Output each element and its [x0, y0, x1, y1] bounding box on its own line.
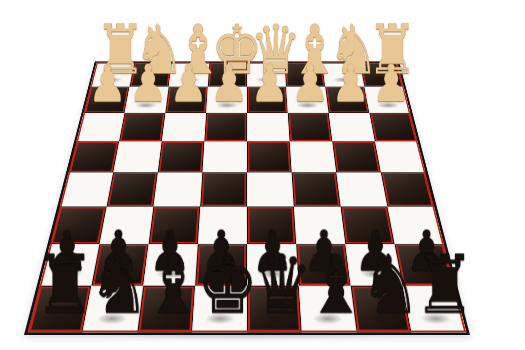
piece-black-rook[interactable]: ♜ — [34, 247, 80, 324]
square-c2[interactable]: ♟ — [286, 87, 328, 113]
piece-black-queen[interactable]: ♛ — [251, 247, 297, 324]
square-g3[interactable] — [119, 113, 165, 141]
square-g5[interactable] — [107, 172, 158, 206]
square-a4[interactable] — [375, 141, 426, 172]
piece-black-bishop[interactable]: ♝ — [305, 247, 351, 324]
square-d5[interactable] — [247, 172, 294, 206]
piece-black-bishop[interactable]: ♝ — [143, 247, 189, 324]
square-a3[interactable] — [369, 113, 417, 141]
square-g8[interactable]: ♞ — [83, 286, 144, 332]
piece-white-pawn[interactable]: ♟ — [169, 59, 203, 108]
square-c4[interactable] — [290, 141, 337, 172]
square-d8[interactable]: ♛ — [247, 286, 302, 332]
square-h5[interactable] — [60, 172, 113, 206]
square-d2[interactable]: ♟ — [247, 87, 288, 113]
square-e4[interactable] — [202, 141, 247, 172]
piece-black-king[interactable]: ♚ — [197, 247, 243, 324]
square-h4[interactable] — [69, 141, 120, 172]
chess-board: ♜♞♝♚♛♝♞♜♟♟♟♟♟♟♟♟♟♟♟♟♟♟♟♟♜♞♝♚♛♝♞♜ — [24, 61, 470, 335]
square-e2[interactable]: ♟ — [206, 87, 247, 113]
square-c3[interactable] — [288, 113, 332, 141]
piece-black-knight[interactable]: ♞ — [360, 247, 406, 324]
piece-white-pawn[interactable]: ♟ — [129, 59, 163, 108]
piece-white-pawn[interactable]: ♟ — [210, 59, 244, 108]
photo-stage: ♜♞♝♚♛♝♞♜♟♟♟♟♟♟♟♟♟♟♟♟♟♟♟♟♜♞♝♚♛♝♞♜ — [0, 0, 525, 350]
square-f4[interactable] — [158, 141, 205, 172]
square-d3[interactable] — [247, 113, 290, 141]
square-c5[interactable] — [292, 172, 341, 206]
square-h3[interactable] — [76, 113, 124, 141]
piece-white-pawn[interactable]: ♟ — [372, 59, 406, 108]
piece-white-pawn[interactable]: ♟ — [291, 59, 325, 108]
piece-white-pawn[interactable]: ♟ — [331, 59, 365, 108]
square-a5[interactable] — [381, 172, 434, 206]
piece-white-pawn[interactable]: ♟ — [250, 59, 284, 108]
piece-white-pawn[interactable]: ♟ — [88, 59, 122, 108]
square-h8[interactable]: ♜ — [28, 286, 92, 332]
square-f8[interactable]: ♝ — [137, 286, 195, 332]
square-h2[interactable]: ♟ — [84, 87, 130, 113]
square-e5[interactable] — [200, 172, 247, 206]
square-f5[interactable] — [153, 172, 202, 206]
square-f3[interactable] — [162, 113, 206, 141]
square-b8[interactable]: ♞ — [351, 286, 412, 332]
square-b3[interactable] — [329, 113, 375, 141]
square-g2[interactable]: ♟ — [125, 87, 169, 113]
square-b2[interactable]: ♟ — [325, 87, 369, 113]
board-scene: ♜♞♝♚♛♝♞♜♟♟♟♟♟♟♟♟♟♟♟♟♟♟♟♟♜♞♝♚♛♝♞♜ — [24, 57, 470, 335]
square-e3[interactable] — [204, 113, 247, 141]
square-f2[interactable]: ♟ — [165, 87, 207, 113]
piece-black-knight[interactable]: ♞ — [88, 247, 134, 324]
square-d4[interactable] — [247, 141, 292, 172]
square-c8[interactable]: ♝ — [299, 286, 357, 332]
square-e8[interactable]: ♚ — [192, 286, 247, 332]
square-a2[interactable]: ♟ — [364, 87, 410, 113]
piece-black-rook[interactable]: ♜ — [414, 247, 460, 324]
square-b4[interactable] — [332, 141, 381, 172]
square-b5[interactable] — [336, 172, 387, 206]
square-g4[interactable] — [113, 141, 162, 172]
